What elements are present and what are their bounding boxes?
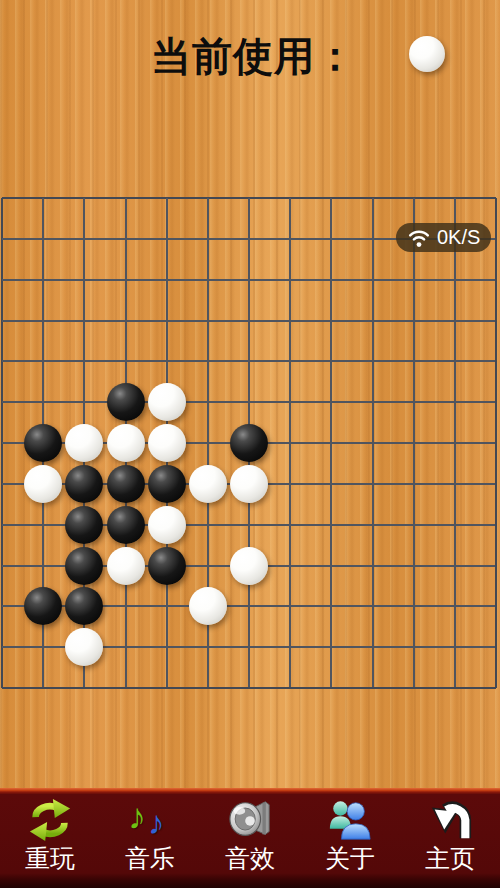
- wifi-icon: [407, 228, 431, 248]
- toolbar-button-about[interactable]: 关于: [302, 788, 398, 872]
- toolbar-button-home[interactable]: 主页: [402, 788, 498, 872]
- stone-white: [189, 587, 227, 625]
- about-icon: [327, 797, 373, 843]
- home-icon: [427, 797, 473, 843]
- network-speed-text: 0K/S: [437, 226, 480, 249]
- toolbar-button-replay[interactable]: 重玩: [2, 788, 98, 872]
- stone-black: [65, 465, 103, 503]
- stone-black: [107, 465, 145, 503]
- stone-black: [65, 506, 103, 544]
- stone-black: [65, 587, 103, 625]
- stone-white: [65, 628, 103, 666]
- stone-white: [189, 465, 227, 503]
- toolbar-label-home: 主页: [425, 844, 475, 872]
- toolbar-label-replay: 重玩: [25, 844, 75, 872]
- app-screen: 当前使用： 0K/S 重玩♪♪音乐音效关于主页: [0, 0, 500, 888]
- stone-white: [65, 424, 103, 462]
- stone-black: [148, 465, 186, 503]
- stone-white: [230, 547, 268, 585]
- current-player-label: 当前使用：: [151, 30, 356, 82]
- stone-white: [107, 424, 145, 462]
- stone-white: [148, 424, 186, 462]
- stone-black: [107, 506, 145, 544]
- toolbar: 重玩♪♪音乐音效关于主页: [0, 788, 500, 888]
- stone-white: [148, 383, 186, 421]
- replay-icon: [27, 797, 73, 843]
- stone-white: [107, 547, 145, 585]
- toolbar-label-sound: 音效: [225, 844, 275, 872]
- stone-black: [24, 424, 62, 462]
- stone-white: [24, 465, 62, 503]
- music-icon: ♪♪: [127, 797, 173, 843]
- gomoku-board[interactable]: 0K/S: [2, 198, 496, 688]
- stone-black: [65, 547, 103, 585]
- toolbar-button-sound[interactable]: 音效: [202, 788, 298, 872]
- stone-black: [107, 383, 145, 421]
- stone-black: [24, 587, 62, 625]
- toolbar-button-music[interactable]: ♪♪音乐: [102, 788, 198, 872]
- toolbar-label-about: 关于: [325, 844, 375, 872]
- sound-icon: [227, 797, 273, 843]
- white-stone-icon: [409, 36, 445, 72]
- stone-black: [148, 547, 186, 585]
- stone-white: [230, 465, 268, 503]
- stone-white: [148, 506, 186, 544]
- network-speed-badge: 0K/S: [396, 223, 491, 252]
- toolbar-label-music: 音乐: [125, 844, 175, 872]
- stone-black: [230, 424, 268, 462]
